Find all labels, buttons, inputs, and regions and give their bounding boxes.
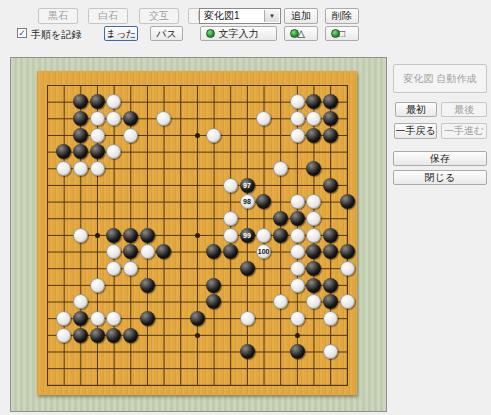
record-moves-label: 手順を記録 <box>31 28 81 42</box>
black-stone[interactable] <box>123 111 138 126</box>
first-move-button[interactable]: 最初 <box>395 102 437 117</box>
white-stone[interactable] <box>140 244 155 259</box>
black-stone[interactable] <box>123 228 138 243</box>
black-stone[interactable] <box>140 311 155 326</box>
white-stone[interactable] <box>306 211 321 226</box>
green-led-icon <box>206 29 215 38</box>
text-input-mode-label: 文字入力 <box>219 27 259 41</box>
black-stone[interactable] <box>306 244 321 259</box>
black-stone[interactable] <box>323 178 338 193</box>
black-stone[interactable] <box>273 211 288 226</box>
white-stone[interactable] <box>73 228 88 243</box>
white-stone[interactable] <box>156 111 171 126</box>
black-stone[interactable] <box>190 311 205 326</box>
white-stone[interactable] <box>290 228 305 243</box>
white-stone[interactable] <box>290 311 305 326</box>
white-stone[interactable] <box>323 344 338 359</box>
black-stone-move-99[interactable]: 99 <box>240 228 255 243</box>
white-stone[interactable] <box>206 128 221 143</box>
white-stone-move-98[interactable]: 98 <box>240 194 255 209</box>
white-stone[interactable] <box>90 128 105 143</box>
forward-one-move-button[interactable]: 一手進む <box>441 123 487 139</box>
black-stone[interactable] <box>256 194 271 209</box>
white-stone[interactable] <box>290 194 305 209</box>
black-stone[interactable] <box>206 244 221 259</box>
triangle-marker-button[interactable]: △ <box>284 26 318 41</box>
star-point <box>295 333 300 338</box>
white-stone[interactable] <box>106 244 121 259</box>
white-stone[interactable] <box>123 261 138 276</box>
white-stone[interactable] <box>73 294 88 309</box>
white-stone[interactable] <box>56 161 71 176</box>
white-stone[interactable] <box>90 111 105 126</box>
white-stone-button[interactable]: 白石 <box>88 8 128 24</box>
black-stone[interactable] <box>223 244 238 259</box>
last-move-button[interactable]: 最後 <box>441 102 487 117</box>
undo-button[interactable]: まった <box>104 26 138 41</box>
white-stone[interactable] <box>306 194 321 209</box>
green-led-icon <box>290 29 299 38</box>
white-stone[interactable] <box>223 178 238 193</box>
white-stone[interactable] <box>290 128 305 143</box>
green-led-icon <box>331 29 340 38</box>
black-stone[interactable] <box>306 94 321 109</box>
white-stone[interactable] <box>256 111 271 126</box>
black-stone[interactable] <box>290 344 305 359</box>
black-stone[interactable] <box>73 94 88 109</box>
white-stone[interactable] <box>306 111 321 126</box>
black-stone[interactable] <box>323 111 338 126</box>
black-stone[interactable] <box>73 111 88 126</box>
go-board[interactable]: 979899100 <box>37 71 357 395</box>
auto-create-variation-button[interactable]: 変化図 自動作成 <box>393 64 487 93</box>
black-stone[interactable] <box>306 278 321 293</box>
star-point <box>95 233 100 238</box>
star-point <box>195 233 200 238</box>
white-stone[interactable] <box>240 311 255 326</box>
black-stone[interactable] <box>90 328 105 343</box>
white-stone[interactable] <box>290 261 305 276</box>
black-stone[interactable] <box>240 344 255 359</box>
black-stone[interactable] <box>306 161 321 176</box>
variation-dropdown[interactable]: 変化図1 ▼ <box>199 8 281 24</box>
delete-variation-button[interactable]: 削除 <box>325 8 359 24</box>
square-marker-button[interactable]: □ <box>325 26 359 41</box>
board-background-tatami: 979899100 <box>10 57 387 412</box>
black-stone[interactable] <box>156 244 171 259</box>
white-stone[interactable] <box>106 261 121 276</box>
white-stone[interactable] <box>306 228 321 243</box>
white-stone[interactable] <box>223 228 238 243</box>
black-stone[interactable] <box>206 294 221 309</box>
close-button[interactable]: 閉じる <box>393 170 487 185</box>
black-stone[interactable] <box>323 228 338 243</box>
black-stone[interactable] <box>56 144 71 159</box>
black-stone[interactable] <box>106 228 121 243</box>
record-moves-checkbox[interactable]: ✓ <box>17 28 27 38</box>
black-stone[interactable] <box>73 144 88 159</box>
black-stone[interactable] <box>306 128 321 143</box>
black-stone[interactable] <box>240 261 255 276</box>
white-stone[interactable] <box>90 311 105 326</box>
black-stone-button[interactable]: 黒石 <box>38 8 78 24</box>
white-stone[interactable] <box>73 161 88 176</box>
black-stone[interactable] <box>323 294 338 309</box>
black-stone[interactable] <box>90 144 105 159</box>
black-stone[interactable] <box>306 261 321 276</box>
save-button[interactable]: 保存 <box>393 151 487 166</box>
white-stone[interactable] <box>290 94 305 109</box>
black-stone[interactable] <box>206 278 221 293</box>
white-stone[interactable] <box>223 211 238 226</box>
variation-dropdown-value: 変化図1 <box>204 9 240 23</box>
black-stone[interactable] <box>290 211 305 226</box>
white-stone[interactable] <box>90 278 105 293</box>
go-board-grid[interactable]: 979899100 <box>47 85 348 386</box>
white-stone[interactable] <box>106 144 121 159</box>
white-stone[interactable] <box>323 311 338 326</box>
black-stone-move-97[interactable]: 97 <box>240 178 255 193</box>
white-stone[interactable] <box>90 161 105 176</box>
alternate-button[interactable]: 交互 <box>139 8 179 24</box>
black-stone[interactable] <box>323 244 338 259</box>
white-stone[interactable] <box>256 228 271 243</box>
white-stone[interactable] <box>306 294 321 309</box>
white-stone[interactable] <box>273 294 288 309</box>
white-stone[interactable] <box>106 111 121 126</box>
black-stone[interactable] <box>73 328 88 343</box>
white-stone[interactable] <box>290 278 305 293</box>
star-point <box>195 333 200 338</box>
white-stone[interactable] <box>290 244 305 259</box>
star-point <box>195 133 200 138</box>
white-stone[interactable] <box>106 311 121 326</box>
white-stone[interactable] <box>106 94 121 109</box>
black-stone[interactable] <box>323 278 338 293</box>
pass-button[interactable]: パス <box>150 26 183 41</box>
black-stone[interactable] <box>323 94 338 109</box>
black-stone[interactable] <box>323 128 338 143</box>
back-one-move-button[interactable]: 一手戻る <box>394 123 437 139</box>
chevron-down-icon[interactable]: ▼ <box>264 10 279 22</box>
white-stone[interactable] <box>340 261 355 276</box>
black-stone[interactable] <box>340 194 355 209</box>
black-stone[interactable] <box>106 328 121 343</box>
add-variation-button[interactable]: 追加 <box>284 8 318 24</box>
white-stone[interactable] <box>273 161 288 176</box>
white-stone-move-100[interactable]: 100 <box>256 244 271 259</box>
black-stone[interactable] <box>73 128 88 143</box>
black-stone[interactable] <box>140 228 155 243</box>
black-stone[interactable] <box>273 228 288 243</box>
white-stone[interactable] <box>290 111 305 126</box>
white-stone[interactable] <box>56 328 71 343</box>
black-stone[interactable] <box>123 244 138 259</box>
black-stone[interactable] <box>123 328 138 343</box>
black-stone[interactable] <box>73 311 88 326</box>
white-stone[interactable] <box>340 294 355 309</box>
white-stone[interactable] <box>123 128 138 143</box>
white-stone[interactable] <box>56 311 71 326</box>
black-stone[interactable] <box>140 278 155 293</box>
go-app-window: 黒石 白石 交互 除去 変化図1 ▼ 追加 削除 ✓ 手順を記録 まった パス … <box>0 0 491 415</box>
black-stone[interactable] <box>340 244 355 259</box>
text-input-mode-button[interactable]: 文字入力 <box>200 26 277 41</box>
black-stone[interactable] <box>90 94 105 109</box>
